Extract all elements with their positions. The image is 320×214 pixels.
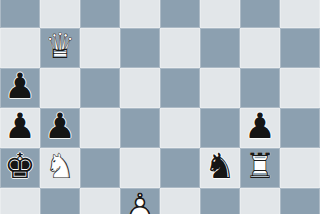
square-c3[interactable] (80, 148, 120, 188)
square-e7[interactable] (160, 0, 200, 28)
piece-glyph-outline: ♕ (44, 29, 75, 64)
square-c2[interactable] (80, 188, 120, 214)
square-f6[interactable] (200, 28, 240, 68)
square-d3[interactable] (120, 148, 160, 188)
square-f7[interactable] (200, 0, 240, 28)
square-h6[interactable] (280, 28, 320, 68)
piece-black-pawn[interactable]: ♟ (0, 108, 40, 148)
square-h5[interactable] (280, 68, 320, 108)
piece-black-pawn[interactable]: ♟ (0, 68, 40, 108)
square-a2[interactable] (0, 188, 40, 214)
square-f2[interactable] (200, 188, 240, 214)
square-d6[interactable] (120, 28, 160, 68)
square-a6[interactable] (0, 28, 40, 68)
piece-glyph-fill: ♟ (4, 69, 35, 104)
piece-white-queen[interactable]: ♛♕ (40, 28, 80, 68)
square-c4[interactable] (80, 108, 120, 148)
piece-glyph-fill: ♟ (124, 189, 155, 214)
square-g6[interactable] (240, 28, 280, 68)
piece-glyph-fill: ♟ (4, 109, 35, 144)
square-c7[interactable] (80, 0, 120, 28)
square-b6[interactable]: ♛♕ (40, 28, 80, 68)
square-a4[interactable]: ♟ (0, 108, 40, 148)
square-e5[interactable] (160, 68, 200, 108)
piece-black-king[interactable]: ♚ (0, 148, 40, 188)
square-h2[interactable] (280, 188, 320, 214)
piece-white-pawn[interactable]: ♟♙ (120, 188, 160, 214)
square-d4[interactable] (120, 108, 160, 148)
square-e3[interactable] (160, 148, 200, 188)
square-g5[interactable] (240, 68, 280, 108)
square-d5[interactable] (120, 68, 160, 108)
square-e6[interactable] (160, 28, 200, 68)
square-b3[interactable]: ♞♘ (40, 148, 80, 188)
piece-white-rook[interactable]: ♜♖ (240, 148, 280, 188)
chess-board: ♛♕♟♟♟♟♚♞♘♞♜♖♟♙ (0, 0, 320, 214)
square-b4[interactable]: ♟ (40, 108, 80, 148)
piece-glyph-fill: ♞ (44, 149, 75, 184)
square-f3[interactable]: ♞ (200, 148, 240, 188)
square-g7[interactable] (240, 0, 280, 28)
square-e2[interactable] (160, 188, 200, 214)
square-b7[interactable] (40, 0, 80, 28)
square-d2[interactable]: ♟♙ (120, 188, 160, 214)
piece-glyph-fill: ♟ (244, 109, 275, 144)
square-e4[interactable] (160, 108, 200, 148)
square-h7[interactable] (280, 0, 320, 28)
piece-black-knight[interactable]: ♞ (200, 148, 240, 188)
square-c6[interactable] (80, 28, 120, 68)
square-h4[interactable] (280, 108, 320, 148)
square-a3[interactable]: ♚ (0, 148, 40, 188)
square-f5[interactable] (200, 68, 240, 108)
square-g3[interactable]: ♜♖ (240, 148, 280, 188)
piece-black-pawn[interactable]: ♟ (40, 108, 80, 148)
square-a5[interactable]: ♟ (0, 68, 40, 108)
square-g4[interactable]: ♟ (240, 108, 280, 148)
piece-glyph-fill: ♜ (244, 149, 275, 184)
piece-white-knight[interactable]: ♞♘ (40, 148, 80, 188)
piece-glyph-outline: ♘ (44, 149, 75, 184)
piece-glyph-outline: ♖ (244, 149, 275, 184)
square-f4[interactable] (200, 108, 240, 148)
board-viewport: ♛♕♟♟♟♟♚♞♘♞♜♖♟♙ (0, 0, 320, 214)
piece-glyph-fill: ♛ (44, 29, 75, 64)
piece-black-pawn[interactable]: ♟ (240, 108, 280, 148)
square-c5[interactable] (80, 68, 120, 108)
square-d7[interactable] (120, 0, 160, 28)
square-b2[interactable] (40, 188, 80, 214)
square-b5[interactable] (40, 68, 80, 108)
piece-glyph-fill: ♚ (4, 149, 35, 184)
piece-glyph-fill: ♟ (44, 109, 75, 144)
square-g2[interactable] (240, 188, 280, 214)
piece-glyph-fill: ♞ (204, 149, 235, 184)
piece-glyph-outline: ♙ (124, 189, 155, 214)
square-a7[interactable] (0, 0, 40, 28)
square-h3[interactable] (280, 148, 320, 188)
